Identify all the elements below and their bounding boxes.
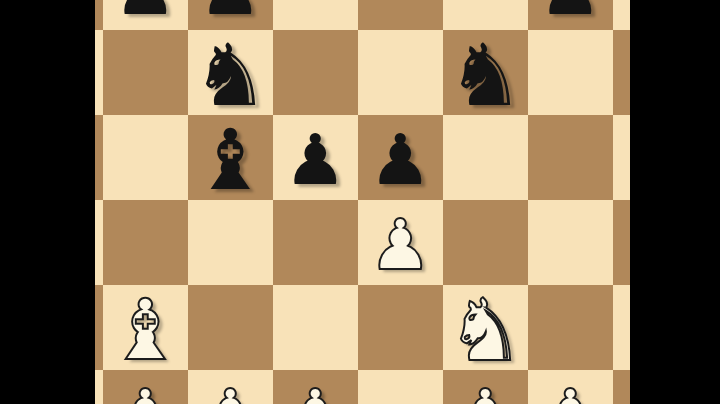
piece-black-pawn-g7[interactable]: ♟ [539,0,602,25]
square-g3[interactable] [528,285,613,370]
square-b7[interactable]: ♟ [103,0,188,30]
piece-white-pawn-f2[interactable]: ♟ [454,380,517,404]
square-g4[interactable] [528,200,613,285]
square-d2[interactable]: ♟ [273,370,358,404]
square-d6[interactable] [273,30,358,115]
piece-white-bishop-b3[interactable]: ♝ [108,288,183,372]
square-d3[interactable] [273,285,358,370]
square-g6[interactable] [528,30,613,115]
square-e6[interactable] [358,30,443,115]
square-b2[interactable]: ♟ [103,370,188,404]
video-frame: ♟♟♟♞♞♝♟♟♟♝♞♟♟♟♟♟ [0,0,720,404]
square-g7[interactable]: ♟ [528,0,613,30]
piece-white-pawn-e4[interactable]: ♟ [369,210,432,280]
square-f3[interactable]: ♞ [443,285,528,370]
square-c3[interactable] [188,285,273,370]
square-b4[interactable] [103,200,188,285]
square-f6[interactable]: ♞ [443,30,528,115]
square-g2[interactable]: ♟ [528,370,613,404]
piece-white-pawn-b2[interactable]: ♟ [114,380,177,404]
square-e4[interactable]: ♟ [358,200,443,285]
piece-white-pawn-c2[interactable]: ♟ [199,380,262,404]
square-f5[interactable] [443,115,528,200]
square-d4[interactable] [273,200,358,285]
piece-black-pawn-c7[interactable]: ♟ [199,0,262,25]
piece-white-pawn-d2[interactable]: ♟ [284,380,347,404]
square-f4[interactable] [443,200,528,285]
square-b3[interactable]: ♝ [103,285,188,370]
square-e2[interactable] [358,370,443,404]
piece-black-knight-c6[interactable]: ♞ [192,32,269,118]
square-b5[interactable] [103,115,188,200]
piece-black-pawn-b7[interactable]: ♟ [114,0,177,25]
square-e3[interactable] [358,285,443,370]
square-c4[interactable] [188,200,273,285]
square-b6[interactable] [103,30,188,115]
piece-white-pawn-g2[interactable]: ♟ [539,380,602,404]
square-c2[interactable]: ♟ [188,370,273,404]
chess-board: ♟♟♟♞♞♝♟♟♟♝♞♟♟♟♟♟ [18,0,698,404]
square-d5[interactable]: ♟ [273,115,358,200]
square-c5[interactable]: ♝ [188,115,273,200]
letterbox-right-bar [630,0,720,404]
piece-black-knight-f6[interactable]: ♞ [447,32,524,118]
letterbox-left-bar [0,0,95,404]
piece-black-pawn-d5[interactable]: ♟ [284,125,347,195]
piece-black-pawn-e5[interactable]: ♟ [369,125,432,195]
piece-white-knight-f3[interactable]: ♞ [447,287,524,373]
square-f2[interactable]: ♟ [443,370,528,404]
square-e5[interactable]: ♟ [358,115,443,200]
square-g5[interactable] [528,115,613,200]
square-d7[interactable] [273,0,358,30]
square-c6[interactable]: ♞ [188,30,273,115]
square-e7[interactable] [358,0,443,30]
piece-black-bishop-c5[interactable]: ♝ [193,118,268,202]
